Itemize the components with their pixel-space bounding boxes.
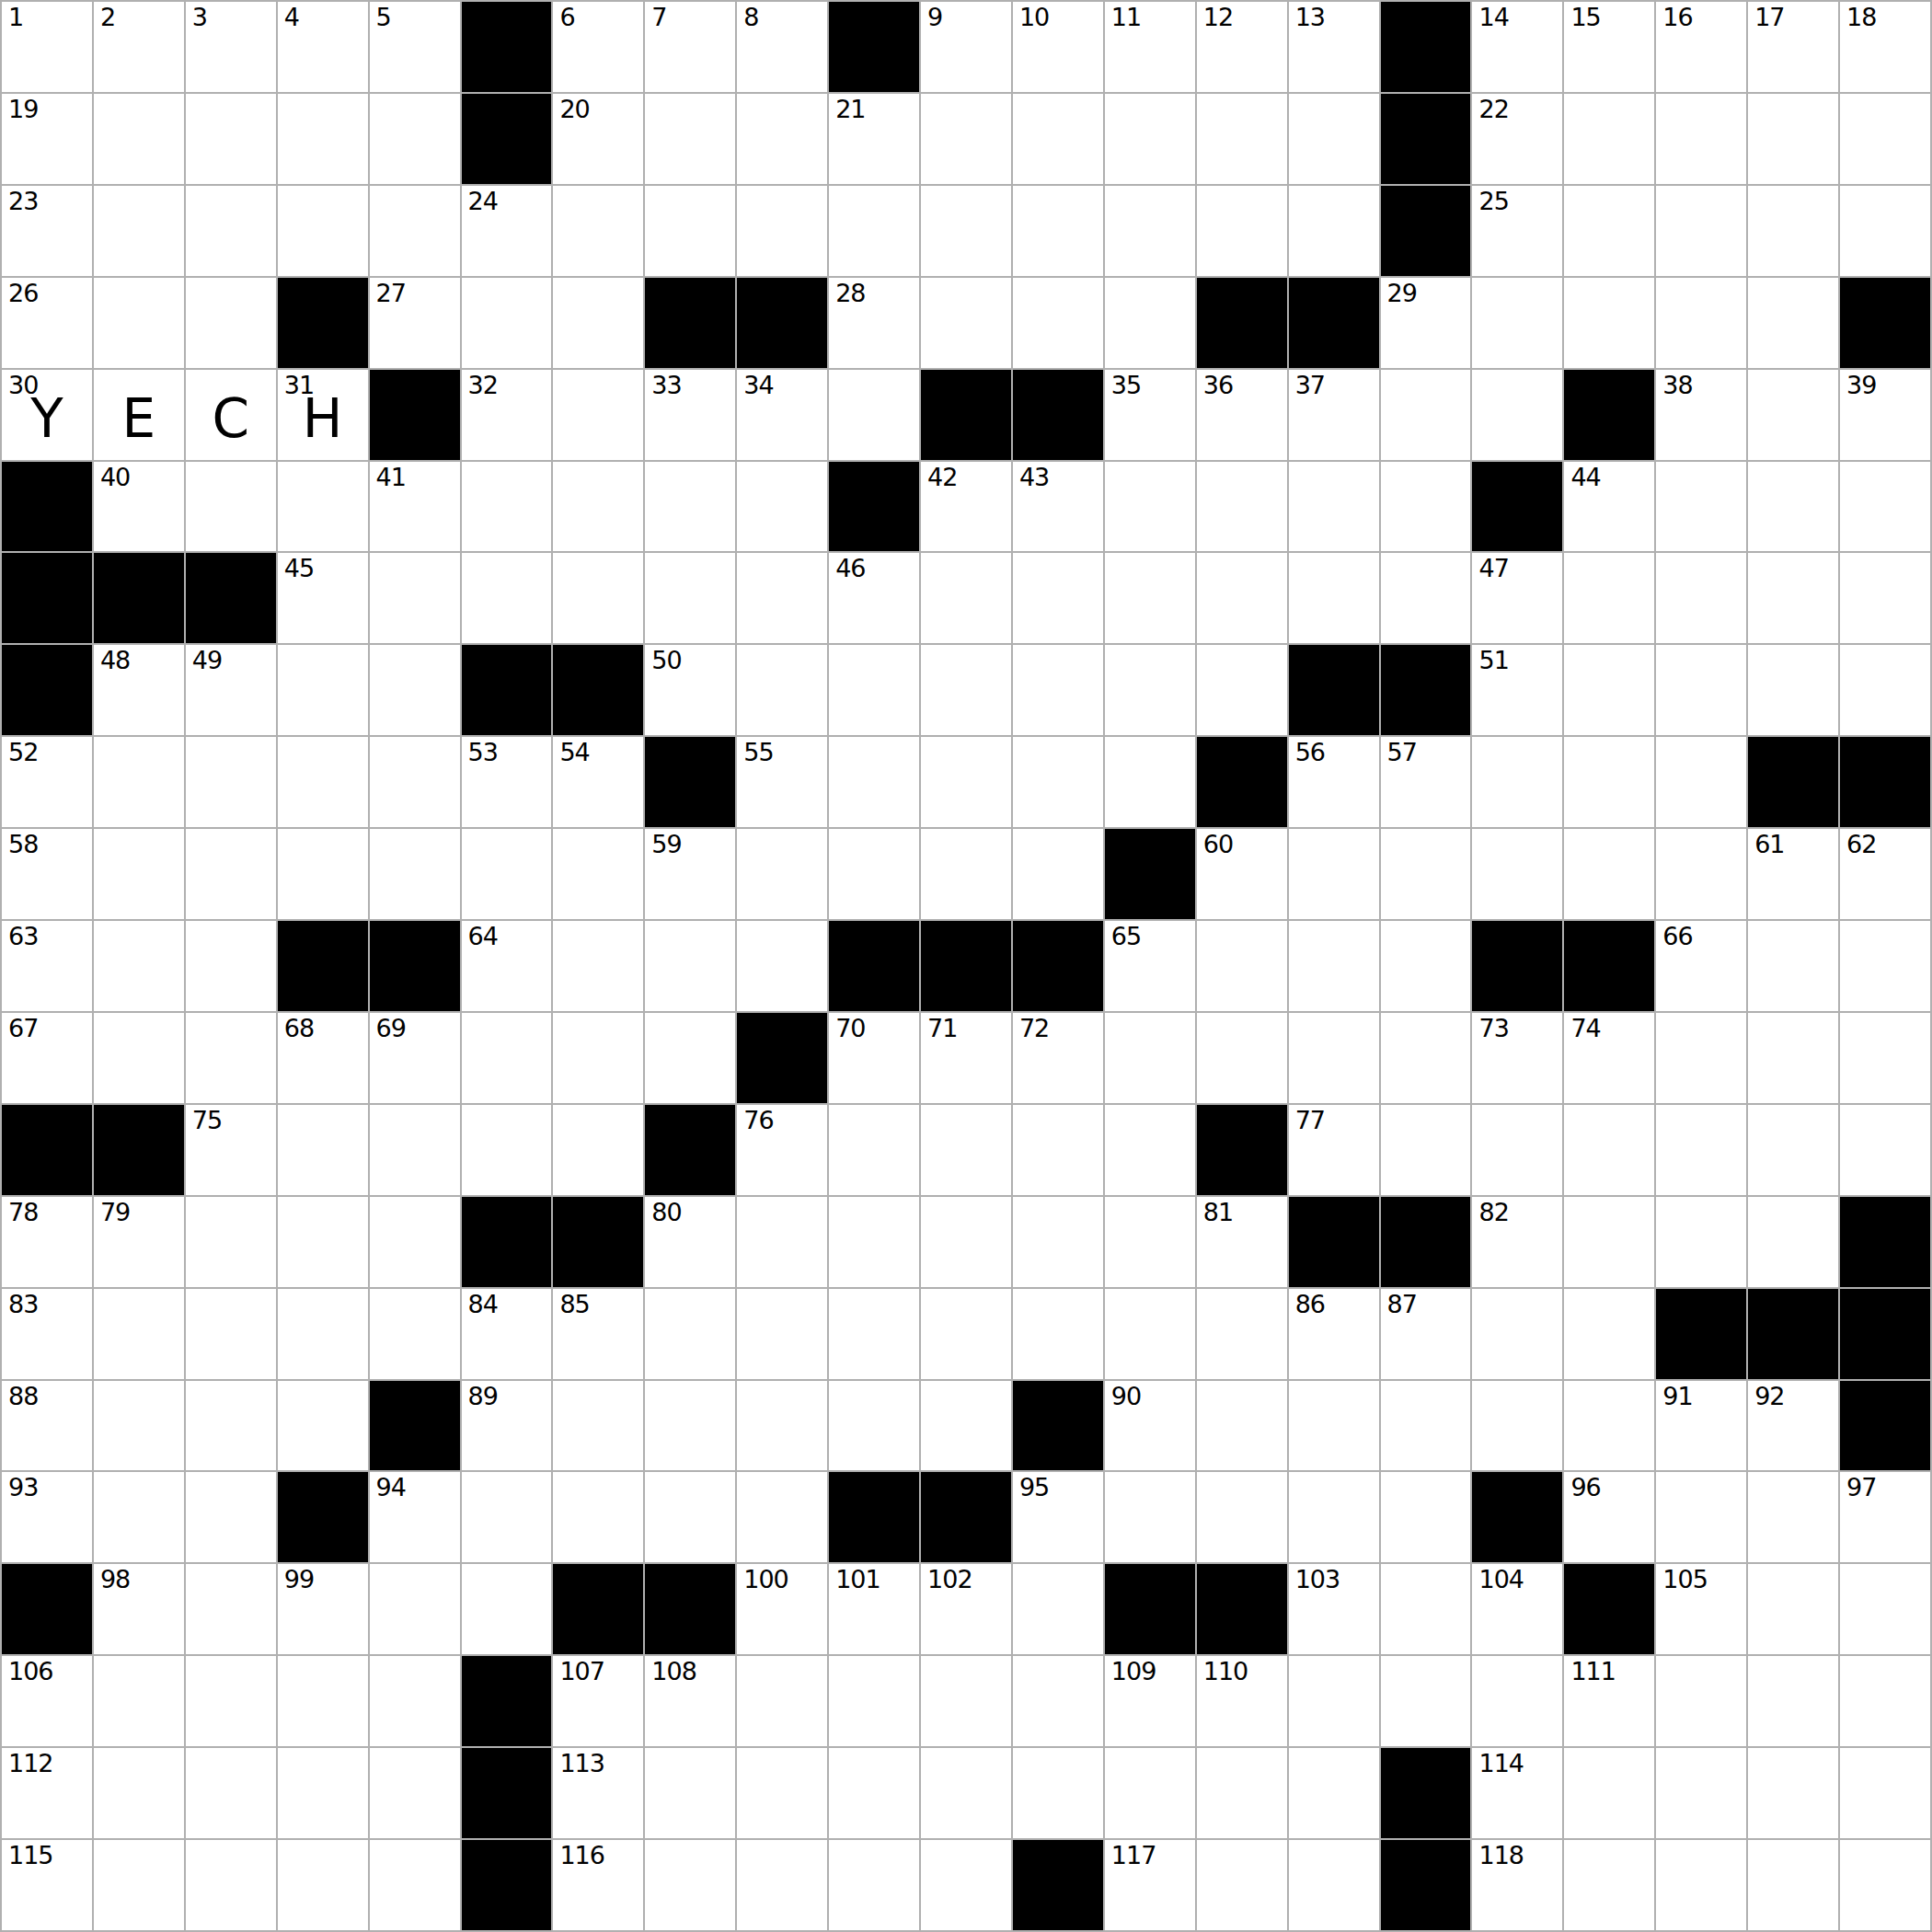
grid-cell[interactable] — [1748, 645, 1838, 735]
grid-cell[interactable]: 60 — [1197, 829, 1287, 919]
grid-cell[interactable] — [737, 1472, 827, 1562]
grid-cell[interactable] — [829, 1381, 919, 1471]
grid-cell[interactable]: 101 — [829, 1564, 919, 1654]
grid-cell[interactable] — [737, 186, 827, 276]
grid-cell[interactable] — [1197, 1748, 1287, 1838]
grid-cell[interactable] — [462, 1564, 552, 1654]
grid-cell[interactable] — [1656, 1105, 1746, 1195]
grid-cell[interactable] — [186, 921, 276, 1011]
grid-cell[interactable] — [737, 1289, 827, 1379]
grid-cell[interactable]: 20 — [553, 94, 643, 184]
grid-cell[interactable]: 115 — [2, 1840, 92, 1930]
grid-cell[interactable]: 96 — [1564, 1472, 1654, 1562]
grid-cell[interactable] — [1656, 1748, 1746, 1838]
grid-cell[interactable]: 68 — [278, 1013, 368, 1103]
grid-cell[interactable]: 12 — [1197, 2, 1287, 92]
grid-cell[interactable] — [370, 1564, 460, 1654]
grid-cell[interactable]: 94 — [370, 1472, 460, 1562]
grid-cell[interactable] — [1748, 1840, 1838, 1930]
grid-cell[interactable] — [278, 737, 368, 827]
grid-cell[interactable] — [737, 829, 827, 919]
grid-cell[interactable]: 57 — [1381, 737, 1471, 827]
grid-cell[interactable]: 79 — [94, 1197, 184, 1287]
grid-cell[interactable] — [921, 737, 1011, 827]
grid-cell[interactable] — [829, 645, 919, 735]
grid-cell[interactable] — [1656, 737, 1746, 827]
grid-cell[interactable]: 46 — [829, 553, 919, 643]
grid-cell[interactable]: 28 — [829, 278, 919, 368]
grid-cell[interactable]: 99 — [278, 1564, 368, 1654]
grid-cell[interactable]: 38 — [1656, 370, 1746, 460]
grid-cell[interactable]: 78 — [2, 1197, 92, 1287]
grid-cell[interactable] — [737, 1381, 827, 1471]
grid-cell[interactable] — [1840, 1013, 1930, 1103]
grid-cell[interactable]: 53 — [462, 737, 552, 827]
grid-cell[interactable]: 39 — [1840, 370, 1930, 460]
grid-cell[interactable]: 72 — [1013, 1013, 1103, 1103]
grid-cell[interactable] — [1105, 553, 1195, 643]
grid-cell[interactable] — [1013, 1748, 1103, 1838]
grid-cell[interactable] — [462, 1472, 552, 1562]
grid-cell[interactable]: 25 — [1472, 186, 1562, 276]
grid-cell[interactable]: 102 — [921, 1564, 1011, 1654]
grid-cell[interactable] — [1105, 737, 1195, 827]
grid-cell[interactable]: 77 — [1289, 1105, 1379, 1195]
grid-cell[interactable] — [737, 1197, 827, 1287]
grid-cell[interactable]: 62 — [1840, 829, 1930, 919]
grid-cell[interactable]: 51 — [1472, 645, 1562, 735]
grid-cell[interactable] — [1197, 645, 1287, 735]
grid-cell[interactable] — [278, 1748, 368, 1838]
grid-cell[interactable] — [737, 921, 827, 1011]
grid-cell[interactable] — [1381, 1656, 1471, 1746]
grid-cell[interactable] — [186, 1381, 276, 1471]
grid-cell[interactable]: E — [94, 370, 184, 460]
grid-cell[interactable] — [462, 1013, 552, 1103]
grid-cell[interactable]: 22 — [1472, 94, 1562, 184]
grid-cell[interactable] — [1564, 1289, 1654, 1379]
grid-cell[interactable]: 30Y — [2, 370, 92, 460]
grid-cell[interactable] — [278, 94, 368, 184]
grid-cell[interactable] — [1564, 1840, 1654, 1930]
grid-cell[interactable]: 47 — [1472, 553, 1562, 643]
grid-cell[interactable] — [921, 645, 1011, 735]
grid-cell[interactable] — [1748, 1197, 1838, 1287]
grid-cell[interactable] — [921, 553, 1011, 643]
grid-cell[interactable] — [1564, 737, 1654, 827]
grid-cell[interactable] — [1197, 1472, 1287, 1562]
grid-cell[interactable] — [645, 1381, 735, 1471]
grid-cell[interactable] — [1381, 921, 1471, 1011]
grid-cell[interactable] — [1289, 1013, 1379, 1103]
grid-cell[interactable] — [186, 1564, 276, 1654]
grid-cell[interactable] — [1013, 1197, 1103, 1287]
grid-cell[interactable] — [278, 645, 368, 735]
grid-cell[interactable] — [1748, 553, 1838, 643]
grid-cell[interactable] — [921, 186, 1011, 276]
grid-cell[interactable]: 14 — [1472, 2, 1562, 92]
grid-cell[interactable] — [1564, 553, 1654, 643]
grid-cell[interactable] — [1840, 645, 1930, 735]
grid-cell[interactable] — [1013, 553, 1103, 643]
grid-cell[interactable] — [829, 1289, 919, 1379]
grid-cell[interactable] — [1748, 921, 1838, 1011]
grid-cell[interactable] — [1105, 94, 1195, 184]
grid-cell[interactable] — [1105, 1748, 1195, 1838]
grid-cell[interactable] — [1656, 1656, 1746, 1746]
grid-cell[interactable] — [1748, 1564, 1838, 1654]
grid-cell[interactable] — [1656, 278, 1746, 368]
grid-cell[interactable] — [1656, 829, 1746, 919]
grid-cell[interactable] — [1013, 645, 1103, 735]
grid-cell[interactable] — [1656, 1472, 1746, 1562]
grid-cell[interactable] — [1840, 186, 1930, 276]
grid-cell[interactable]: 56 — [1289, 737, 1379, 827]
grid-cell[interactable]: 24 — [462, 186, 552, 276]
grid-cell[interactable] — [645, 462, 735, 552]
grid-cell[interactable]: 7 — [645, 2, 735, 92]
grid-cell[interactable] — [737, 553, 827, 643]
grid-cell[interactable]: 66 — [1656, 921, 1746, 1011]
grid-cell[interactable] — [1472, 737, 1562, 827]
grid-cell[interactable]: 106 — [2, 1656, 92, 1746]
grid-cell[interactable] — [1656, 1840, 1746, 1930]
grid-cell[interactable]: 32 — [462, 370, 552, 460]
grid-cell[interactable]: 17 — [1748, 2, 1838, 92]
grid-cell[interactable]: 71 — [921, 1013, 1011, 1103]
grid-cell[interactable]: 44 — [1564, 462, 1654, 552]
grid-cell[interactable] — [1472, 1656, 1562, 1746]
grid-cell[interactable] — [553, 1013, 643, 1103]
grid-cell[interactable] — [1381, 1564, 1471, 1654]
grid-cell[interactable] — [186, 94, 276, 184]
grid-cell[interactable]: 97 — [1840, 1472, 1930, 1562]
grid-cell[interactable]: 26 — [2, 278, 92, 368]
grid-cell[interactable]: 84 — [462, 1289, 552, 1379]
grid-cell[interactable] — [921, 1105, 1011, 1195]
grid-cell[interactable] — [1197, 1289, 1287, 1379]
grid-cell[interactable] — [370, 553, 460, 643]
grid-cell[interactable] — [1656, 186, 1746, 276]
grid-cell[interactable] — [1472, 1105, 1562, 1195]
grid-cell[interactable]: 105 — [1656, 1564, 1746, 1654]
grid-cell[interactable]: 74 — [1564, 1013, 1654, 1103]
grid-cell[interactable] — [737, 1840, 827, 1930]
grid-cell[interactable] — [1013, 1105, 1103, 1195]
grid-cell[interactable] — [462, 553, 552, 643]
grid-cell[interactable] — [370, 186, 460, 276]
grid-cell[interactable]: 73 — [1472, 1013, 1562, 1103]
grid-cell[interactable] — [462, 278, 552, 368]
grid-cell[interactable] — [1656, 553, 1746, 643]
grid-cell[interactable] — [921, 94, 1011, 184]
grid-cell[interactable] — [186, 1840, 276, 1930]
grid-cell[interactable] — [1840, 1656, 1930, 1746]
grid-cell[interactable] — [1840, 94, 1930, 184]
grid-cell[interactable] — [1381, 370, 1471, 460]
grid-cell[interactable]: 86 — [1289, 1289, 1379, 1379]
grid-cell[interactable]: 43 — [1013, 462, 1103, 552]
grid-cell[interactable] — [186, 1656, 276, 1746]
grid-cell[interactable] — [278, 1289, 368, 1379]
grid-cell[interactable]: 13 — [1289, 2, 1379, 92]
grid-cell[interactable] — [829, 1105, 919, 1195]
grid-cell[interactable] — [829, 1656, 919, 1746]
grid-cell[interactable] — [1381, 553, 1471, 643]
grid-cell[interactable] — [278, 829, 368, 919]
grid-cell[interactable]: 59 — [645, 829, 735, 919]
grid-cell[interactable] — [921, 1381, 1011, 1471]
grid-cell[interactable] — [737, 462, 827, 552]
grid-cell[interactable] — [1564, 186, 1654, 276]
grid-cell[interactable]: 11 — [1105, 2, 1195, 92]
grid-cell[interactable] — [921, 1289, 1011, 1379]
grid-cell[interactable]: 83 — [2, 1289, 92, 1379]
grid-cell[interactable] — [1197, 921, 1287, 1011]
grid-cell[interactable] — [1840, 1105, 1930, 1195]
grid-cell[interactable] — [1105, 1105, 1195, 1195]
grid-cell[interactable]: 36 — [1197, 370, 1287, 460]
grid-cell[interactable] — [370, 645, 460, 735]
grid-cell[interactable] — [1289, 829, 1379, 919]
grid-cell[interactable] — [186, 737, 276, 827]
grid-cell[interactable] — [1197, 94, 1287, 184]
grid-cell[interactable]: 50 — [645, 645, 735, 735]
grid-cell[interactable] — [1748, 94, 1838, 184]
grid-cell[interactable] — [94, 1748, 184, 1838]
grid-cell[interactable] — [1381, 1105, 1471, 1195]
grid-cell[interactable]: 69 — [370, 1013, 460, 1103]
grid-cell[interactable] — [553, 370, 643, 460]
grid-cell[interactable]: 45 — [278, 553, 368, 643]
grid-cell[interactable]: 117 — [1105, 1840, 1195, 1930]
grid-cell[interactable] — [737, 1748, 827, 1838]
grid-cell[interactable]: 111 — [1564, 1656, 1654, 1746]
grid-cell[interactable] — [1564, 1105, 1654, 1195]
grid-cell[interactable] — [921, 1748, 1011, 1838]
grid-cell[interactable]: 21 — [829, 94, 919, 184]
grid-cell[interactable]: 33 — [645, 370, 735, 460]
grid-cell[interactable]: 114 — [1472, 1748, 1562, 1838]
grid-cell[interactable]: 91 — [1656, 1381, 1746, 1471]
grid-cell[interactable]: 18 — [1840, 2, 1930, 92]
grid-cell[interactable] — [829, 1197, 919, 1287]
grid-cell[interactable] — [462, 1105, 552, 1195]
grid-cell[interactable]: 65 — [1105, 921, 1195, 1011]
grid-cell[interactable]: 54 — [553, 737, 643, 827]
grid-cell[interactable]: 104 — [1472, 1564, 1562, 1654]
grid-cell[interactable] — [94, 278, 184, 368]
grid-cell[interactable] — [186, 1197, 276, 1287]
grid-cell[interactable] — [1105, 186, 1195, 276]
grid-cell[interactable]: 31H — [278, 370, 368, 460]
grid-cell[interactable] — [1289, 1748, 1379, 1838]
grid-cell[interactable] — [370, 1840, 460, 1930]
grid-cell[interactable]: 48 — [94, 645, 184, 735]
grid-cell[interactable]: 112 — [2, 1748, 92, 1838]
grid-cell[interactable] — [1013, 1289, 1103, 1379]
grid-cell[interactable]: 15 — [1564, 2, 1654, 92]
grid-cell[interactable] — [94, 737, 184, 827]
grid-cell[interactable] — [1013, 278, 1103, 368]
grid-cell[interactable]: 5 — [370, 2, 460, 92]
grid-cell[interactable] — [645, 1840, 735, 1930]
grid-cell[interactable] — [1564, 1197, 1654, 1287]
grid-cell[interactable]: 3 — [186, 2, 276, 92]
grid-cell[interactable] — [553, 462, 643, 552]
grid-cell[interactable]: 70 — [829, 1013, 919, 1103]
grid-cell[interactable] — [1197, 1840, 1287, 1930]
grid-cell[interactable] — [553, 278, 643, 368]
grid-cell[interactable]: 89 — [462, 1381, 552, 1471]
grid-cell[interactable] — [1013, 829, 1103, 919]
grid-cell[interactable]: 61 — [1748, 829, 1838, 919]
grid-cell[interactable] — [278, 1656, 368, 1746]
grid-cell[interactable] — [829, 1840, 919, 1930]
grid-cell[interactable]: 52 — [2, 737, 92, 827]
grid-cell[interactable] — [1013, 94, 1103, 184]
grid-cell[interactable] — [1013, 1656, 1103, 1746]
grid-cell[interactable]: 2 — [94, 2, 184, 92]
grid-cell[interactable] — [1197, 186, 1287, 276]
grid-cell[interactable] — [370, 94, 460, 184]
grid-cell[interactable] — [1289, 94, 1379, 184]
grid-cell[interactable] — [278, 462, 368, 552]
grid-cell[interactable] — [370, 829, 460, 919]
grid-cell[interactable] — [1748, 1472, 1838, 1562]
grid-cell[interactable]: 92 — [1748, 1381, 1838, 1471]
grid-cell[interactable] — [1289, 1381, 1379, 1471]
grid-cell[interactable]: 80 — [645, 1197, 735, 1287]
grid-cell[interactable]: 88 — [2, 1381, 92, 1471]
grid-cell[interactable] — [553, 186, 643, 276]
grid-cell[interactable] — [94, 1472, 184, 1562]
grid-cell[interactable] — [94, 1840, 184, 1930]
grid-cell[interactable] — [921, 1656, 1011, 1746]
grid-cell[interactable]: 95 — [1013, 1472, 1103, 1562]
grid-cell[interactable] — [645, 1013, 735, 1103]
grid-cell[interactable]: 16 — [1656, 2, 1746, 92]
grid-cell[interactable] — [94, 186, 184, 276]
grid-cell[interactable] — [1381, 1381, 1471, 1471]
grid-cell[interactable] — [1013, 737, 1103, 827]
grid-cell[interactable] — [186, 1472, 276, 1562]
grid-cell[interactable] — [1105, 1197, 1195, 1287]
grid-cell[interactable] — [1289, 1840, 1379, 1930]
grid-cell[interactable] — [1472, 1381, 1562, 1471]
grid-cell[interactable] — [1748, 1656, 1838, 1746]
grid-cell[interactable] — [737, 1656, 827, 1746]
grid-cell[interactable] — [1289, 1656, 1379, 1746]
grid-cell[interactable] — [553, 553, 643, 643]
grid-cell[interactable] — [829, 370, 919, 460]
grid-cell[interactable]: 76 — [737, 1105, 827, 1195]
grid-cell[interactable]: 34 — [737, 370, 827, 460]
grid-cell[interactable] — [1840, 1840, 1930, 1930]
grid-cell[interactable] — [829, 737, 919, 827]
grid-cell[interactable] — [462, 462, 552, 552]
grid-cell[interactable]: 55 — [737, 737, 827, 827]
grid-cell[interactable] — [1197, 462, 1287, 552]
grid-cell[interactable]: 58 — [2, 829, 92, 919]
grid-cell[interactable] — [186, 462, 276, 552]
grid-cell[interactable]: 27 — [370, 278, 460, 368]
grid-cell[interactable] — [1748, 1013, 1838, 1103]
grid-cell[interactable] — [186, 1013, 276, 1103]
grid-cell[interactable] — [1013, 186, 1103, 276]
grid-cell[interactable]: 116 — [553, 1840, 643, 1930]
grid-cell[interactable] — [1381, 1472, 1471, 1562]
grid-cell[interactable]: 49 — [186, 645, 276, 735]
grid-cell[interactable] — [1748, 1748, 1838, 1838]
grid-cell[interactable] — [645, 1748, 735, 1838]
grid-cell[interactable] — [1564, 278, 1654, 368]
grid-cell[interactable] — [1472, 829, 1562, 919]
grid-cell[interactable] — [645, 1472, 735, 1562]
grid-cell[interactable]: 107 — [553, 1656, 643, 1746]
grid-cell[interactable]: 35 — [1105, 370, 1195, 460]
grid-cell[interactable] — [921, 829, 1011, 919]
grid-cell[interactable] — [1564, 1748, 1654, 1838]
grid-cell[interactable]: 109 — [1105, 1656, 1195, 1746]
grid-cell[interactable] — [1656, 645, 1746, 735]
grid-cell[interactable] — [1289, 1472, 1379, 1562]
grid-cell[interactable] — [1840, 921, 1930, 1011]
grid-cell[interactable] — [94, 829, 184, 919]
grid-cell[interactable] — [1105, 462, 1195, 552]
grid-cell[interactable] — [1564, 1381, 1654, 1471]
grid-cell[interactable] — [1472, 278, 1562, 368]
grid-cell[interactable]: 63 — [2, 921, 92, 1011]
grid-cell[interactable] — [737, 645, 827, 735]
grid-cell[interactable] — [645, 553, 735, 643]
grid-cell[interactable] — [553, 1472, 643, 1562]
grid-cell[interactable]: 82 — [1472, 1197, 1562, 1287]
grid-cell[interactable]: 90 — [1105, 1381, 1195, 1471]
grid-cell[interactable]: 40 — [94, 462, 184, 552]
grid-cell[interactable]: 93 — [2, 1472, 92, 1562]
grid-cell[interactable] — [1197, 1013, 1287, 1103]
grid-cell[interactable]: 41 — [370, 462, 460, 552]
grid-cell[interactable] — [645, 1289, 735, 1379]
grid-cell[interactable] — [1197, 553, 1287, 643]
grid-cell[interactable] — [1197, 1381, 1287, 1471]
grid-cell[interactable] — [278, 186, 368, 276]
grid-cell[interactable] — [1289, 553, 1379, 643]
grid-cell[interactable] — [1289, 462, 1379, 552]
grid-cell[interactable] — [370, 1197, 460, 1287]
grid-cell[interactable] — [1381, 462, 1471, 552]
grid-cell[interactable]: 113 — [553, 1748, 643, 1838]
grid-cell[interactable]: 6 — [553, 2, 643, 92]
grid-cell[interactable] — [553, 829, 643, 919]
grid-cell[interactable]: 75 — [186, 1105, 276, 1195]
grid-cell[interactable] — [278, 1105, 368, 1195]
grid-cell[interactable] — [186, 278, 276, 368]
grid-cell[interactable] — [553, 1105, 643, 1195]
grid-cell[interactable] — [370, 1289, 460, 1379]
grid-cell[interactable] — [1289, 921, 1379, 1011]
grid-cell[interactable]: 81 — [1197, 1197, 1287, 1287]
grid-cell[interactable] — [1656, 462, 1746, 552]
grid-cell[interactable] — [1840, 462, 1930, 552]
grid-cell[interactable] — [1105, 1472, 1195, 1562]
grid-cell[interactable] — [645, 921, 735, 1011]
grid-cell[interactable]: 87 — [1381, 1289, 1471, 1379]
grid-cell[interactable] — [1748, 278, 1838, 368]
grid-cell[interactable] — [94, 1013, 184, 1103]
grid-cell[interactable] — [921, 1840, 1011, 1930]
